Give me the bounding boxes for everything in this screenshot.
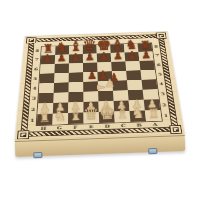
dark-pawn: ♟ [97, 51, 111, 62]
square-g4 [54, 82, 69, 92]
square-b3 [128, 90, 144, 101]
coordinate-label: G [51, 125, 67, 131]
square-h4 [39, 83, 54, 93]
square-c1: ♝ [114, 111, 130, 122]
square-b2: ♟ [129, 100, 145, 111]
corner-ornament-top-right [156, 32, 167, 39]
perspective-scene: 87654321 87654321 HGFEDCBA ♜♞♝♛♚♝♞♜♟♟♟♟♟… [0, 0, 200, 200]
square-d3 [98, 91, 113, 102]
coordinate-label: 6 [154, 60, 162, 70]
square-a1: ♜ [145, 110, 162, 121]
board-grid: ♜♞♝♛♚♝♞♜♟♟♟♟♟♟♟♟♟♟♟♟♟♟♟♟♜♞♝♛♚♝♞♜♟♟♟♟♟ [36, 42, 163, 126]
board-rotation-wrapper: 87654321 87654321 HGFEDCBA ♜♞♝♛♚♝♞♜♟♟♟♟♟… [0, 0, 200, 200]
coordinate-label: E [83, 124, 99, 130]
coordinate-label: C [115, 123, 131, 129]
corner-ornament-bottom-right [169, 125, 182, 134]
light-rook: ♜ [146, 107, 162, 121]
square-f5 [69, 72, 84, 82]
dark-pawn: ♟ [125, 50, 139, 61]
square-g5 [54, 73, 69, 83]
square-a4 [142, 79, 158, 89]
square-f4 [68, 82, 83, 92]
square-d6 [97, 62, 112, 72]
loose-piece: ♟ [102, 80, 117, 90]
dark-rook: ♜ [138, 39, 152, 51]
coordinate-label: B [131, 122, 148, 128]
coordinate-label: H [35, 125, 51, 131]
square-e1: ♛ [84, 112, 100, 124]
corner-ornament-bottom-left [17, 130, 30, 139]
dark-pawn: ♟ [139, 49, 153, 60]
coordinate-label: F [67, 124, 83, 130]
square-a2: ♟ [144, 99, 161, 110]
square-d2: ♟ [98, 101, 114, 112]
light-pawn: ♟ [52, 101, 68, 113]
square-g1: ♞ [52, 113, 68, 125]
dark-rook: ♜ [41, 43, 55, 55]
clasp-right [148, 148, 157, 154]
square-a5 [140, 70, 156, 80]
light-pawn: ♟ [102, 78, 117, 90]
square-b5 [126, 70, 141, 80]
square-c6 [111, 62, 126, 72]
square-b1: ♞ [130, 110, 147, 121]
square-a6 [139, 61, 154, 71]
square-e6 [83, 63, 97, 73]
dark-bishop: ♝ [69, 40, 83, 54]
dark-pawn: ♟ [54, 52, 68, 63]
dark-pawn: ♟ [40, 53, 54, 64]
square-d1: ♚ [99, 112, 115, 124]
square-g2: ♟ [53, 103, 69, 114]
coordinate-label: 5 [156, 69, 165, 79]
square-e3 [83, 91, 98, 102]
loose-piece: ♟ [88, 80, 103, 90]
coordinate-label: 8 [152, 42, 160, 51]
square-h2: ♟ [37, 103, 53, 114]
border-ornament-top [29, 34, 164, 42]
chess-board: 87654321 87654321 HGFEDCBA ♜♞♝♛♚♝♞♜♟♟♟♟♟… [15, 31, 185, 141]
dark-pawn: ♟ [83, 51, 97, 62]
square-f2: ♟ [68, 102, 83, 113]
product-photo: 87654321 87654321 HGFEDCBA ♜♞♝♛♚♝♞♜♟♟♟♟♟… [0, 0, 200, 200]
square-e2: ♟ [83, 101, 98, 112]
coordinate-label: 3 [158, 89, 167, 100]
coordinate-label: 7 [153, 51, 161, 60]
clasp-left [33, 152, 42, 158]
square-g3 [53, 92, 68, 103]
square-b4 [127, 80, 143, 90]
corner-ornament-top-left [26, 37, 37, 44]
square-h6 [40, 64, 55, 74]
square-c3 [113, 90, 129, 101]
light-pawn: ♟ [144, 98, 160, 110]
square-b6 [125, 61, 140, 71]
dark-pawn: ♟ [69, 52, 83, 63]
coordinate-label: 4 [157, 79, 166, 89]
square-g6 [54, 63, 68, 73]
coordinate-label: A [147, 121, 164, 127]
square-c2: ♟ [114, 100, 130, 111]
dark-pawn: ♟ [111, 50, 125, 61]
dark-bishop: ♝ [110, 38, 124, 52]
square-a3 [143, 89, 159, 100]
square-f3 [68, 92, 83, 103]
square-h3 [38, 93, 53, 104]
square-f1: ♝ [68, 113, 84, 125]
dark-knight: ♞ [55, 41, 69, 54]
square-h5 [39, 73, 54, 83]
square-h1: ♜ [37, 114, 53, 126]
light-pawn: ♟ [37, 102, 53, 114]
coordinate-label: D [99, 123, 115, 129]
coordinate-label: 2 [160, 99, 169, 110]
dark-knight: ♞ [124, 39, 138, 52]
square-f6 [69, 63, 83, 73]
